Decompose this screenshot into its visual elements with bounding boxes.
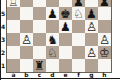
square-g3 [85,33,98,46]
frame-bottom-line [0,78,120,79]
square-f3 [72,33,85,46]
chess-diagram: 54321 ♖♟♟♟♚♘♟♟♙♙♞♙♘♙♔♜ abcdefgh [0,0,120,80]
piece-white-pawn-g4: ♙ [86,21,97,33]
square-g5: ♟ [85,7,98,20]
square-f2 [72,46,85,59]
square-e5: ♚ [59,7,72,20]
square-h4 [98,20,111,33]
square-e6 [59,0,72,7]
square-h3: ♙ [98,33,111,46]
square-h5 [98,7,111,20]
square-b2 [20,46,33,59]
square-f5: ♘ [72,7,85,20]
square-b5 [20,7,33,20]
piece-white-knight-f5: ♘ [73,8,84,20]
square-d4 [46,20,59,33]
square-c4 [33,20,46,33]
piece-white-king-h2: ♔ [99,47,110,59]
square-f4 [72,20,85,33]
piece-white-pawn-b3: ♙ [21,34,32,46]
square-c6 [33,0,46,7]
square-c3 [33,33,46,46]
square-c2 [33,46,46,59]
square-d2: ♘ [46,46,59,59]
square-e2 [59,46,72,59]
piece-white-rook-a6: ♖ [8,0,19,7]
square-g2: ♙ [85,46,98,59]
piece-black-pawn-g5: ♟ [86,8,97,20]
piece-white-knight-d2: ♘ [47,47,58,59]
square-e4: ♟ [59,20,72,33]
square-g4: ♙ [85,20,98,33]
piece-white-pawn-g2: ♙ [86,47,97,59]
square-f6: ♟ [72,0,85,7]
chess-board: ♖♟♟♟♚♘♟♟♙♙♞♙♘♙♔♜ [6,0,112,73]
square-g6 [85,0,98,7]
square-d6 [46,0,59,7]
piece-black-pawn-d5: ♟ [47,8,58,20]
piece-black-pawn-f6: ♟ [73,0,84,7]
square-e3 [59,33,72,46]
square-d3: ♞ [46,33,59,46]
square-b6 [20,0,33,7]
square-a3 [7,33,20,46]
piece-black-pawn-h6: ♟ [99,0,110,7]
square-c5 [33,7,46,20]
piece-black-knight-d3: ♞ [47,34,58,46]
piece-white-pawn-h3: ♙ [99,34,110,46]
square-a2 [7,46,20,59]
square-a6: ♖ [7,0,20,7]
square-b3: ♙ [20,33,33,46]
piece-black-rook-c1: ♜ [34,60,45,72]
square-a5 [7,7,20,20]
square-b4 [20,20,33,33]
square-d5: ♟ [46,7,59,20]
square-h6: ♟ [98,0,111,7]
square-a4 [7,20,20,33]
square-h2: ♔ [98,46,111,59]
piece-black-king-e5: ♚ [60,8,71,20]
piece-black-pawn-e4: ♟ [60,21,71,33]
